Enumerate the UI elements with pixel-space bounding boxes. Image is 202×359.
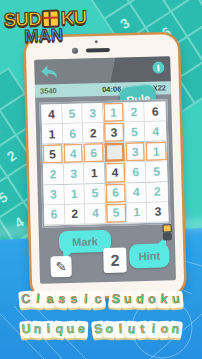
- timer-value: 04:06: [102, 85, 121, 94]
- sudoku-cell-r1c2[interactable]: 5: [62, 104, 83, 125]
- pause-toggle-icon[interactable]: [152, 61, 164, 73]
- promo-screenshot: 4346545 25352456346 3540 04:06 X22: [0, 0, 202, 359]
- sudoku-board: 45312616235454631231465315642624513: [39, 99, 170, 227]
- sudoku-cell-r2c5[interactable]: 5: [125, 122, 146, 143]
- logo-sudoku-block-icon: [42, 9, 61, 28]
- sudoku-cell-r3c2[interactable]: 4: [63, 144, 84, 165]
- score-value: 3540: [40, 86, 57, 95]
- sudoku-cell-r5c1[interactable]: 3: [43, 185, 64, 206]
- sudoku-cell-r4c4[interactable]: 4: [105, 163, 126, 184]
- hint-tutorial-bubble: Hint: [129, 243, 170, 268]
- sudoku-cell-r6c3[interactable]: 4: [85, 204, 106, 225]
- caption-tile: u: [168, 290, 183, 308]
- sudoku-cell-r4c6[interactable]: 5: [146, 162, 167, 183]
- mascot-head: [163, 224, 172, 232]
- sudoku-cell-r1c3[interactable]: 3: [83, 103, 104, 124]
- sudoku-cell-r5c3[interactable]: 5: [85, 184, 106, 205]
- sudoku-cell-r1c6[interactable]: 6: [145, 101, 166, 122]
- sudoku-cell-r1c1[interactable]: 4: [41, 104, 62, 125]
- sudoku-cell-r4c1[interactable]: 2: [43, 165, 64, 186]
- sudoku-cell-r4c5[interactable]: 6: [126, 162, 147, 183]
- sudoku-cell-r5c5[interactable]: 4: [126, 183, 147, 204]
- caption-tile: n: [168, 320, 183, 338]
- sudoku-cell-r3c1[interactable]: 5: [42, 144, 63, 165]
- sudoku-cell-r1c5[interactable]: 2: [124, 102, 145, 123]
- app-logo: SUD KU MAN: [3, 7, 87, 48]
- front-sensor-dot: [95, 40, 98, 43]
- caption-unique-solution: UniqueSolution: [0, 319, 202, 338]
- sudoku-cell-r6c1[interactable]: 6: [44, 205, 65, 226]
- sudoku-cell-r2c2[interactable]: 6: [63, 124, 84, 145]
- sudoku-cell-r5c6[interactable]: 2: [147, 182, 168, 203]
- sudoku-cell-r4c3[interactable]: 1: [84, 163, 105, 184]
- mascot-body: [163, 232, 172, 240]
- sudoku-cell-r3c5[interactable]: 3: [125, 142, 146, 163]
- sudoku-cell-r2c6[interactable]: 4: [145, 122, 166, 143]
- sudoku-cell-r5c2[interactable]: 1: [64, 184, 85, 205]
- sudoku-cell-r6c5[interactable]: 1: [127, 203, 148, 224]
- game-screen: 3540 04:06 X22 Rule 45312616235454631231…: [34, 56, 176, 283]
- sudoku-cell-r3c6[interactable]: 1: [146, 142, 167, 163]
- numpad-tile-2[interactable]: 2: [103, 247, 127, 273]
- back-arrow-icon[interactable]: [40, 64, 57, 79]
- phone-mockup: 3540 04:06 X22 Rule 45312616235454631231…: [26, 34, 185, 298]
- logo-text-ku: KU: [60, 7, 86, 30]
- caption-tile: e: [75, 321, 89, 339]
- sudoku-cell-r6c2[interactable]: 2: [65, 204, 86, 225]
- sudoku-cell-r2c1[interactable]: 1: [42, 124, 63, 145]
- sudoku-cell-r3c3[interactable]: 6: [84, 143, 105, 164]
- game-header-bar: [34, 56, 171, 85]
- sudoku-cell-r4c2[interactable]: 3: [64, 164, 85, 185]
- mascot-icon: [162, 224, 173, 241]
- sudoku-cell-r5c4[interactable]: 6: [105, 183, 126, 204]
- sudoku-cell-r2c4[interactable]: 3: [104, 123, 125, 144]
- sudoku-cell-r6c6[interactable]: 3: [147, 202, 168, 223]
- pencil-icon: ✎: [55, 259, 66, 274]
- front-camera-icon: [72, 48, 78, 54]
- pencil-mode-button[interactable]: ✎: [50, 256, 72, 278]
- caption-tile: c: [90, 290, 106, 309]
- sudoku-cell-r6c4[interactable]: 5: [106, 203, 127, 224]
- logo-line-sudoku: SUD KU: [3, 7, 86, 32]
- caption-classic-sudoku: ClassicSudoku: [0, 289, 202, 308]
- sudoku-cell-r3c4[interactable]: [104, 143, 125, 164]
- earpiece-speaker: [86, 48, 110, 53]
- sudoku-cell-r1c4[interactable]: 1: [103, 102, 124, 123]
- sudoku-cell-r2c3[interactable]: 2: [83, 123, 104, 144]
